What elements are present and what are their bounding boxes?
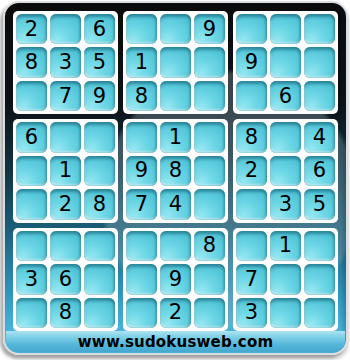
sudoku-cell-r7c8[interactable]: 1	[270, 231, 301, 261]
sudoku-box-b9: 173	[233, 228, 338, 331]
sudoku-cell-r4c3[interactable]	[84, 122, 115, 152]
sudoku-cell-r5c5[interactable]: 8	[160, 156, 191, 186]
sudoku-cell-r9c9[interactable]	[304, 298, 335, 328]
sudoku-cell-r2c8[interactable]	[270, 47, 301, 77]
sudoku-cell-r7c1[interactable]	[16, 231, 47, 261]
sudoku-cell-r1c9[interactable]	[304, 14, 335, 44]
sudoku-cell-r1c2[interactable]	[50, 14, 81, 44]
sudoku-cell-r3c6[interactable]	[194, 81, 225, 111]
sudoku-box-b5: 19874	[123, 119, 228, 222]
sudoku-cell-r2c4[interactable]: 1	[126, 47, 157, 77]
sudoku-board: 268357991896612819874842635368892173	[13, 11, 338, 331]
sudoku-cell-r9c3[interactable]	[84, 298, 115, 328]
sudoku-cell-r3c9[interactable]	[304, 81, 335, 111]
sudoku-cell-r1c1[interactable]: 2	[16, 14, 47, 44]
sudoku-cell-r2c9[interactable]	[304, 47, 335, 77]
sudoku-cell-r8c4[interactable]	[126, 264, 157, 294]
sudoku-cell-r1c7[interactable]	[236, 14, 267, 44]
sudoku-cell-r5c4[interactable]: 9	[126, 156, 157, 186]
sudoku-cell-r4c8[interactable]	[270, 122, 301, 152]
sudoku-cell-r8c7[interactable]: 7	[236, 264, 267, 294]
sudoku-cell-r6c2[interactable]: 2	[50, 189, 81, 219]
sudoku-cell-r5c1[interactable]	[16, 156, 47, 186]
sudoku-cell-r9c8[interactable]	[270, 298, 301, 328]
sudoku-cell-r7c6[interactable]: 8	[194, 231, 225, 261]
sudoku-cell-r6c5[interactable]: 4	[160, 189, 191, 219]
sudoku-cell-r4c9[interactable]: 4	[304, 122, 335, 152]
sudoku-cell-r7c2[interactable]	[50, 231, 81, 261]
sudoku-cell-r4c5[interactable]: 1	[160, 122, 191, 152]
sudoku-cell-r7c3[interactable]	[84, 231, 115, 261]
sudoku-cell-r7c7[interactable]	[236, 231, 267, 261]
sudoku-cell-r5c8[interactable]	[270, 156, 301, 186]
sudoku-cell-r1c6[interactable]: 9	[194, 14, 225, 44]
sudoku-cell-r3c1[interactable]	[16, 81, 47, 111]
footer-bar: www.sudokusweb.com	[6, 331, 345, 352]
sudoku-cell-r5c2[interactable]: 1	[50, 156, 81, 186]
sudoku-box-b2: 918	[123, 11, 228, 114]
board-frame: 268357991896612819874842635368892173 www…	[3, 1, 348, 355]
sudoku-cell-r8c9[interactable]	[304, 264, 335, 294]
sudoku-cell-r6c1[interactable]	[16, 189, 47, 219]
sudoku-cell-r3c7[interactable]	[236, 81, 267, 111]
sudoku-box-b4: 6128	[13, 119, 118, 222]
sudoku-cell-r6c6[interactable]	[194, 189, 225, 219]
sudoku-cell-r2c5[interactable]	[160, 47, 191, 77]
sudoku-cell-r4c2[interactable]	[50, 122, 81, 152]
sudoku-cell-r9c2[interactable]: 8	[50, 298, 81, 328]
sudoku-cell-r9c6[interactable]	[194, 298, 225, 328]
sudoku-cell-r1c4[interactable]	[126, 14, 157, 44]
sudoku-cell-r2c2[interactable]: 3	[50, 47, 81, 77]
sudoku-box-b1: 2683579	[13, 11, 118, 114]
sudoku-cell-r4c6[interactable]	[194, 122, 225, 152]
sudoku-cell-r4c7[interactable]: 8	[236, 122, 267, 152]
sudoku-cell-r1c3[interactable]: 6	[84, 14, 115, 44]
sudoku-cell-r7c5[interactable]	[160, 231, 191, 261]
sudoku-cell-r9c4[interactable]	[126, 298, 157, 328]
sudoku-cell-r6c7[interactable]	[236, 189, 267, 219]
sudoku-cell-r3c3[interactable]: 9	[84, 81, 115, 111]
sudoku-cell-r8c5[interactable]: 9	[160, 264, 191, 294]
sudoku-cell-r7c9[interactable]	[304, 231, 335, 261]
sudoku-cell-r9c5[interactable]: 2	[160, 298, 191, 328]
site-url[interactable]: www.sudokusweb.com	[78, 333, 273, 351]
sudoku-cell-r1c5[interactable]	[160, 14, 191, 44]
sudoku-cell-r6c3[interactable]: 8	[84, 189, 115, 219]
sudoku-cell-r2c6[interactable]	[194, 47, 225, 77]
sudoku-cell-r3c2[interactable]: 7	[50, 81, 81, 111]
sudoku-cell-r8c2[interactable]: 6	[50, 264, 81, 294]
sudoku-cell-r4c4[interactable]	[126, 122, 157, 152]
sudoku-cell-r9c7[interactable]: 3	[236, 298, 267, 328]
sudoku-box-b7: 368	[13, 228, 118, 331]
sudoku-cell-r2c1[interactable]: 8	[16, 47, 47, 77]
sudoku-cell-r5c9[interactable]: 6	[304, 156, 335, 186]
sudoku-cell-r6c9[interactable]: 5	[304, 189, 335, 219]
sudoku-cell-r8c6[interactable]	[194, 264, 225, 294]
sudoku-cell-r8c1[interactable]: 3	[16, 264, 47, 294]
sudoku-box-b8: 892	[123, 228, 228, 331]
sudoku-box-b3: 96	[233, 11, 338, 114]
sudoku-cell-r3c5[interactable]	[160, 81, 191, 111]
sudoku-screenshot: 268357991896612819874842635368892173 www…	[0, 0, 350, 360]
sudoku-cell-r3c4[interactable]: 8	[126, 81, 157, 111]
sudoku-cell-r6c8[interactable]: 3	[270, 189, 301, 219]
sudoku-cell-r8c3[interactable]	[84, 264, 115, 294]
sudoku-cell-r9c1[interactable]	[16, 298, 47, 328]
sudoku-cell-r1c8[interactable]	[270, 14, 301, 44]
sudoku-box-b6: 842635	[233, 119, 338, 222]
sudoku-cell-r7c4[interactable]	[126, 231, 157, 261]
sudoku-cell-r2c7[interactable]: 9	[236, 47, 267, 77]
sudoku-cell-r4c1[interactable]: 6	[16, 122, 47, 152]
sudoku-cell-r3c8[interactable]: 6	[270, 81, 301, 111]
sudoku-cell-r5c7[interactable]: 2	[236, 156, 267, 186]
sudoku-cell-r5c3[interactable]	[84, 156, 115, 186]
sudoku-cell-r5c6[interactable]	[194, 156, 225, 186]
sudoku-cell-r8c8[interactable]	[270, 264, 301, 294]
sudoku-cell-r6c4[interactable]: 7	[126, 189, 157, 219]
sudoku-cell-r2c3[interactable]: 5	[84, 47, 115, 77]
